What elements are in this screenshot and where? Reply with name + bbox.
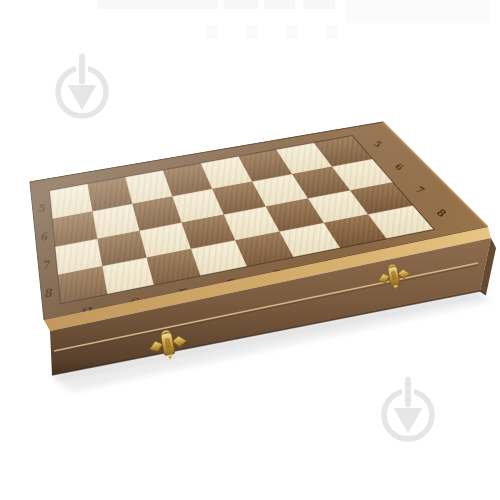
faint-watermark-bar-4 bbox=[345, 0, 490, 23]
faint-watermark-bar-7 bbox=[285, 25, 297, 39]
watermark-icon-top-left bbox=[58, 52, 106, 116]
watermark-arrowhead-icon bbox=[68, 85, 97, 110]
faint-watermark-bar-1 bbox=[224, 0, 258, 9]
faint-watermark-bar-5 bbox=[205, 25, 217, 39]
faint-watermark-bar-3 bbox=[303, 0, 335, 9]
watermark-stem bbox=[404, 375, 413, 409]
watermark-icon-bottom-right bbox=[384, 375, 432, 439]
watermark-arrowhead-icon bbox=[394, 408, 423, 433]
faint-watermark-bar-6 bbox=[245, 25, 257, 39]
faint-watermark-bar-8 bbox=[325, 25, 337, 39]
watermark-stem bbox=[78, 52, 87, 86]
faint-watermark-bar-2 bbox=[264, 0, 295, 9]
product-photo: HGFEDCBA56785678 bbox=[0, 0, 500, 500]
faint-watermark-bar-0 bbox=[97, 0, 218, 9]
chess-box-photo: HGFEDCBA56785678 bbox=[0, 0, 500, 500]
